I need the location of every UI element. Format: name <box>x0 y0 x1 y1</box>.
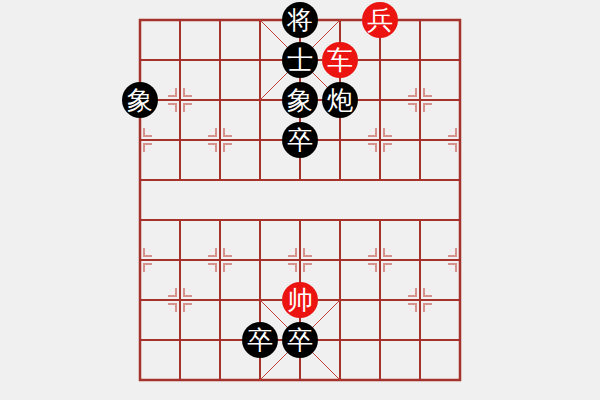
red-chariot-glyph: 车 <box>322 42 358 78</box>
piece-grid: 将兵士车象象炮卒帅卒卒 <box>120 0 480 400</box>
piece-black-advisor[interactable]: 士 <box>280 40 320 80</box>
xiangqi-screenshot: 将兵士车象象炮卒帅卒卒 <box>0 0 600 400</box>
piece-black-soldier[interactable]: 卒 <box>280 120 320 160</box>
black-cannon-glyph: 炮 <box>322 82 358 118</box>
xiangqi-board: 将兵士车象象炮卒帅卒卒 <box>140 20 460 380</box>
black-elephant-glyph: 象 <box>282 82 318 118</box>
red-general-glyph: 帅 <box>282 282 318 318</box>
piece-red-chariot[interactable]: 车 <box>320 40 360 80</box>
piece-black-elephant[interactable]: 象 <box>120 80 160 120</box>
black-soldier-glyph: 卒 <box>282 122 318 158</box>
black-advisor-glyph: 士 <box>282 42 318 78</box>
black-soldier-glyph: 卒 <box>282 322 318 358</box>
piece-black-soldier[interactable]: 卒 <box>240 320 280 360</box>
piece-black-soldier[interactable]: 卒 <box>280 320 320 360</box>
black-elephant-glyph: 象 <box>122 82 158 118</box>
piece-red-soldier[interactable]: 兵 <box>360 0 400 40</box>
piece-black-general[interactable]: 将 <box>280 0 320 40</box>
piece-black-cannon[interactable]: 炮 <box>320 80 360 120</box>
black-general-glyph: 将 <box>282 2 318 38</box>
piece-black-elephant[interactable]: 象 <box>280 80 320 120</box>
red-soldier-glyph: 兵 <box>362 2 398 38</box>
black-soldier-glyph: 卒 <box>242 322 278 358</box>
piece-red-general[interactable]: 帅 <box>280 280 320 320</box>
